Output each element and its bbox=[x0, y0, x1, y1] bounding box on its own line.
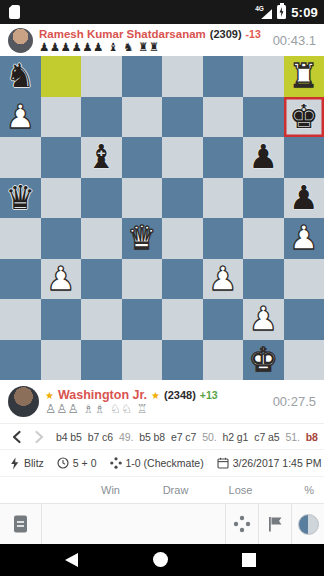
title-star-icon: ★ bbox=[45, 390, 54, 401]
status-icons: 4G 5:09 bbox=[255, 5, 318, 20]
battery-charging-icon bbox=[277, 5, 286, 19]
square-e7[interactable] bbox=[162, 97, 203, 138]
square-e5[interactable] bbox=[162, 178, 203, 219]
square-g3[interactable] bbox=[243, 259, 284, 300]
game-result: 1-0 (Checkmate) bbox=[110, 457, 204, 469]
flag-button[interactable] bbox=[258, 504, 291, 544]
lightning-icon bbox=[9, 457, 20, 470]
back-button[interactable] bbox=[65, 553, 78, 567]
square-d8[interactable] bbox=[122, 56, 163, 97]
piece-white-pawn: ♟ bbox=[5, 97, 35, 138]
square-g7[interactable] bbox=[243, 97, 284, 138]
player-bottom-row[interactable]: ★ Washington Jr. ★ (2348) +13 ♙♙♙ ♗♗ ♘♘ … bbox=[0, 380, 324, 424]
square-c5[interactable] bbox=[81, 178, 122, 219]
square-d3[interactable] bbox=[122, 259, 163, 300]
square-c8[interactable] bbox=[81, 56, 122, 97]
move-token[interactable]: b7 c6 bbox=[88, 431, 113, 443]
move-token[interactable]: c7 a5 bbox=[254, 431, 279, 443]
player-bottom-rating-change: +13 bbox=[200, 389, 218, 401]
square-f5[interactable] bbox=[203, 178, 244, 219]
game-result-label: 1-0 (Checkmate) bbox=[126, 457, 204, 469]
square-a4[interactable] bbox=[0, 218, 41, 259]
square-c2[interactable] bbox=[81, 299, 122, 340]
square-a3[interactable] bbox=[0, 259, 41, 300]
square-e4[interactable] bbox=[162, 218, 203, 259]
move-token[interactable]: b5 b8 bbox=[139, 431, 165, 443]
square-d6[interactable] bbox=[122, 137, 163, 178]
square-b2[interactable] bbox=[41, 299, 82, 340]
game-info-row: Blitz 5 + 0 1-0 (Checkmate) 3/26/2017 1:… bbox=[0, 450, 324, 477]
stats-header-win: Win bbox=[78, 484, 143, 496]
square-h7[interactable]: ♚ bbox=[284, 97, 324, 138]
stats-header-lose: Lose bbox=[208, 484, 273, 496]
piece-black-pawn: ♟ bbox=[289, 178, 319, 219]
square-a1[interactable] bbox=[0, 340, 41, 381]
player-bottom-captured-pieces: ♙♙♙ ♗♗ ♘♘ ♖ bbox=[45, 403, 273, 415]
app-screen: 4G 5:09 Ramesh Kumar Shatdarsanam (2309)… bbox=[0, 0, 324, 576]
square-h5[interactable]: ♟ bbox=[284, 178, 324, 219]
square-f6[interactable] bbox=[203, 137, 244, 178]
player-top-name: Ramesh Kumar Shatdarsanam bbox=[39, 28, 206, 40]
signal-4g-icon: 4G bbox=[255, 5, 272, 19]
square-b3[interactable]: ♟ bbox=[41, 259, 82, 300]
square-g8[interactable] bbox=[243, 56, 284, 97]
move-token[interactable]: h2 g1 bbox=[223, 431, 249, 443]
piece-black-pawn: ♟ bbox=[248, 137, 278, 178]
player-top-rating-change: -13 bbox=[246, 28, 261, 40]
piece-white-rook: ♜ bbox=[289, 56, 319, 97]
square-e8[interactable] bbox=[162, 56, 203, 97]
move-number: 49. bbox=[119, 431, 133, 443]
square-b7[interactable] bbox=[41, 97, 82, 138]
piece-white-king: ♚ bbox=[248, 340, 278, 381]
analysis-button[interactable] bbox=[225, 504, 258, 544]
recents-button[interactable] bbox=[242, 553, 256, 567]
player-top-row[interactable]: Ramesh Kumar Shatdarsanam (2309) -13 ♟♟♟… bbox=[0, 24, 324, 56]
square-b8[interactable] bbox=[41, 56, 82, 97]
game-date: 3/26/2017 1:45 PM bbox=[217, 457, 322, 469]
square-c1[interactable] bbox=[81, 340, 122, 381]
square-b1[interactable] bbox=[41, 340, 82, 381]
square-f4[interactable] bbox=[203, 218, 244, 259]
square-a7[interactable]: ♟ bbox=[0, 97, 41, 138]
square-d2[interactable] bbox=[122, 299, 163, 340]
square-a5[interactable]: ♛ bbox=[0, 178, 41, 219]
result-cross-icon bbox=[110, 457, 122, 469]
prev-move-button[interactable] bbox=[6, 426, 28, 448]
square-e1[interactable] bbox=[162, 340, 203, 381]
square-b4[interactable] bbox=[41, 218, 82, 259]
board-theme-button[interactable] bbox=[291, 504, 324, 544]
square-d5[interactable] bbox=[122, 178, 163, 219]
time-control: 5 + 0 bbox=[57, 457, 97, 469]
square-a8[interactable]: ♞ bbox=[0, 56, 41, 97]
piece-white-queen: ♛ bbox=[127, 218, 157, 259]
move-list[interactable]: b4 b5b7 c649.b5 b8e7 c750.h2 g1c7 a551.b… bbox=[56, 431, 318, 443]
square-f3[interactable]: ♟ bbox=[203, 259, 244, 300]
move-nav-row: b4 b5b7 c649.b5 b8e7 c750.h2 g1c7 a551.b… bbox=[0, 424, 324, 450]
stats-header-row: Win Draw Lose % bbox=[0, 477, 324, 504]
notes-button[interactable] bbox=[0, 504, 42, 544]
player-top-clock: 00:43.1 bbox=[273, 33, 316, 48]
piece-black-bishop: ♝ bbox=[86, 137, 116, 178]
calendar-icon bbox=[217, 457, 229, 469]
square-h3[interactable] bbox=[284, 259, 324, 300]
four-dots-cross-icon bbox=[233, 515, 251, 533]
square-g4[interactable] bbox=[243, 218, 284, 259]
bottom-toolbar bbox=[0, 504, 324, 544]
flag-icon bbox=[266, 515, 284, 533]
square-f2[interactable] bbox=[203, 299, 244, 340]
square-g2[interactable]: ♟ bbox=[243, 299, 284, 340]
square-b6[interactable] bbox=[41, 137, 82, 178]
square-c6[interactable]: ♝ bbox=[81, 137, 122, 178]
player-bottom-clock: 00:27.5 bbox=[273, 394, 316, 409]
android-navbar bbox=[0, 544, 324, 576]
game-speed: Blitz bbox=[9, 457, 44, 470]
square-c3[interactable] bbox=[81, 259, 122, 300]
move-token[interactable]: e7 c7 bbox=[171, 431, 196, 443]
move-token[interactable]: b8 h8 bbox=[306, 431, 318, 443]
square-d1[interactable] bbox=[122, 340, 163, 381]
game-speed-label: Blitz bbox=[24, 457, 44, 469]
move-token[interactable]: b4 b5 bbox=[56, 431, 82, 443]
piece-black-queen: ♛ bbox=[5, 178, 35, 219]
stats-header-percent: % bbox=[273, 484, 324, 496]
document-icon bbox=[12, 514, 29, 534]
square-h1[interactable] bbox=[284, 340, 324, 381]
chess-board: ♞♜♟♚♝♟♛♟♛♟♟♟♟♚ bbox=[0, 56, 324, 380]
status-time: 5:09 bbox=[291, 5, 318, 20]
clock-icon bbox=[57, 457, 69, 469]
piece-black-king: ♚ bbox=[289, 97, 319, 138]
square-d7[interactable] bbox=[122, 97, 163, 138]
square-g5[interactable] bbox=[243, 178, 284, 219]
square-b5[interactable] bbox=[41, 178, 82, 219]
toolbar-spacer bbox=[42, 504, 225, 544]
player-bottom-rating: (2348) bbox=[164, 389, 196, 401]
status-bar: 4G 5:09 bbox=[0, 0, 324, 24]
piece-white-pawn: ♟ bbox=[208, 259, 238, 300]
piece-white-pawn: ♟ bbox=[248, 299, 278, 340]
sim-card-icon bbox=[9, 5, 20, 19]
square-f7[interactable] bbox=[203, 97, 244, 138]
title-star-icon: ★ bbox=[151, 390, 160, 401]
square-h2[interactable] bbox=[284, 299, 324, 340]
player-top-avatar[interactable] bbox=[8, 28, 33, 53]
square-e3[interactable] bbox=[162, 259, 203, 300]
piece-white-pawn: ♟ bbox=[289, 218, 319, 259]
network-label: 4G bbox=[255, 5, 264, 12]
stats-header-draw: Draw bbox=[143, 484, 208, 496]
next-move-button[interactable] bbox=[28, 426, 50, 448]
square-c7[interactable] bbox=[81, 97, 122, 138]
square-d4[interactable]: ♛ bbox=[122, 218, 163, 259]
square-a6[interactable] bbox=[0, 137, 41, 178]
game-date-label: 3/26/2017 1:45 PM bbox=[233, 457, 322, 469]
square-a2[interactable] bbox=[0, 299, 41, 340]
player-top-captured-pieces: ♟♟♟♟♟♟ ♝ ♞ ♜♜ bbox=[39, 41, 273, 53]
home-button[interactable] bbox=[153, 552, 168, 567]
square-g1[interactable]: ♚ bbox=[243, 340, 284, 381]
player-bottom-name: Washington Jr. bbox=[58, 388, 147, 402]
player-bottom-avatar[interactable] bbox=[8, 386, 39, 417]
square-e2[interactable] bbox=[162, 299, 203, 340]
time-control-label: 5 + 0 bbox=[73, 457, 97, 469]
piece-white-pawn: ♟ bbox=[46, 259, 76, 300]
square-h6[interactable] bbox=[284, 137, 324, 178]
square-h4[interactable]: ♟ bbox=[284, 218, 324, 259]
square-h8[interactable]: ♜ bbox=[284, 56, 324, 97]
square-f1[interactable] bbox=[203, 340, 244, 381]
square-f8[interactable] bbox=[203, 56, 244, 97]
player-top-rating: (2309) bbox=[210, 28, 242, 40]
move-number: 50. bbox=[202, 431, 216, 443]
square-e6[interactable] bbox=[162, 137, 203, 178]
square-c4[interactable] bbox=[81, 218, 122, 259]
piece-black-knight: ♞ bbox=[5, 56, 35, 97]
square-g6[interactable]: ♟ bbox=[243, 137, 284, 178]
move-number: 51. bbox=[286, 431, 300, 443]
half-circle-icon bbox=[298, 514, 319, 535]
